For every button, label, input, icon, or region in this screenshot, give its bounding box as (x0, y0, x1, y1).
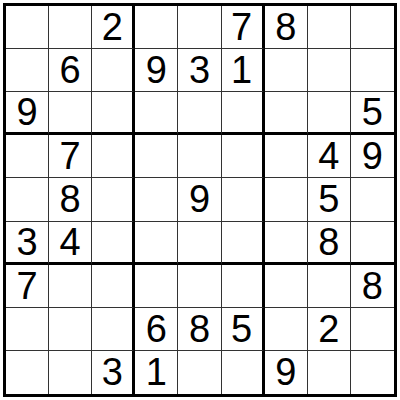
cell-r5c2[interactable]: 8 (49, 178, 92, 221)
cell-r2c7[interactable] (265, 49, 308, 92)
cell-r6c3[interactable] (92, 222, 135, 265)
cell-r2c8[interactable] (308, 49, 351, 92)
cell-r2c4[interactable]: 9 (135, 49, 178, 92)
cell-r9c5[interactable] (178, 351, 221, 394)
cell-r6c2[interactable]: 4 (49, 222, 92, 265)
sudoku-board: 278693195749895348786852319 (3, 3, 397, 397)
cell-r3c4[interactable] (135, 92, 178, 135)
cell-r8c8[interactable]: 2 (308, 308, 351, 351)
cell-r5c3[interactable] (92, 178, 135, 221)
cell-r3c1[interactable]: 9 (6, 92, 49, 135)
cell-r2c5[interactable]: 3 (178, 49, 221, 92)
cell-r2c1[interactable] (6, 49, 49, 92)
cell-r5c7[interactable] (265, 178, 308, 221)
cell-r5c4[interactable] (135, 178, 178, 221)
cell-r6c9[interactable] (351, 222, 394, 265)
cell-r7c9[interactable]: 8 (351, 265, 394, 308)
cell-r6c6[interactable] (222, 222, 265, 265)
cell-r7c3[interactable] (92, 265, 135, 308)
cell-r9c1[interactable] (6, 351, 49, 394)
cell-r3c8[interactable] (308, 92, 351, 135)
cell-r5c8[interactable]: 5 (308, 178, 351, 221)
cell-r8c5[interactable]: 8 (178, 308, 221, 351)
cell-r9c6[interactable] (222, 351, 265, 394)
cell-r6c1[interactable]: 3 (6, 222, 49, 265)
cell-r7c6[interactable] (222, 265, 265, 308)
cell-r4c1[interactable] (6, 135, 49, 178)
cell-r9c8[interactable] (308, 351, 351, 394)
sudoku-page: 278693195749895348786852319 (0, 0, 400, 400)
cell-r5c1[interactable] (6, 178, 49, 221)
cell-r5c9[interactable] (351, 178, 394, 221)
cell-r3c6[interactable] (222, 92, 265, 135)
cell-r9c2[interactable] (49, 351, 92, 394)
cell-r1c7[interactable]: 8 (265, 6, 308, 49)
cell-r4c5[interactable] (178, 135, 221, 178)
cell-r8c2[interactable] (49, 308, 92, 351)
cell-r8c9[interactable] (351, 308, 394, 351)
cell-r1c3[interactable]: 2 (92, 6, 135, 49)
cell-r3c2[interactable] (49, 92, 92, 135)
cell-r1c8[interactable] (308, 6, 351, 49)
cell-r4c9[interactable]: 9 (351, 135, 394, 178)
cell-r9c9[interactable] (351, 351, 394, 394)
cell-r6c8[interactable]: 8 (308, 222, 351, 265)
cell-r8c6[interactable]: 5 (222, 308, 265, 351)
cell-r9c3[interactable]: 3 (92, 351, 135, 394)
cell-r4c2[interactable]: 7 (49, 135, 92, 178)
cell-r7c7[interactable] (265, 265, 308, 308)
cell-r9c7[interactable]: 9 (265, 351, 308, 394)
cell-r4c8[interactable]: 4 (308, 135, 351, 178)
cell-r2c2[interactable]: 6 (49, 49, 92, 92)
cell-r1c4[interactable] (135, 6, 178, 49)
cell-r7c4[interactable] (135, 265, 178, 308)
cell-r2c3[interactable] (92, 49, 135, 92)
cell-r1c6[interactable]: 7 (222, 6, 265, 49)
cell-r2c9[interactable] (351, 49, 394, 92)
cell-r3c7[interactable] (265, 92, 308, 135)
cell-r6c4[interactable] (135, 222, 178, 265)
cell-r1c9[interactable] (351, 6, 394, 49)
cell-r7c1[interactable]: 7 (6, 265, 49, 308)
cell-r1c5[interactable] (178, 6, 221, 49)
cell-r6c5[interactable] (178, 222, 221, 265)
cell-r4c4[interactable] (135, 135, 178, 178)
cell-r3c3[interactable] (92, 92, 135, 135)
cell-r5c5[interactable]: 9 (178, 178, 221, 221)
cell-r7c5[interactable] (178, 265, 221, 308)
cell-r9c4[interactable]: 1 (135, 351, 178, 394)
cell-r1c2[interactable] (49, 6, 92, 49)
cell-r3c9[interactable]: 5 (351, 92, 394, 135)
cell-r6c7[interactable] (265, 222, 308, 265)
cell-r7c8[interactable] (308, 265, 351, 308)
cell-r3c5[interactable] (178, 92, 221, 135)
cell-r5c6[interactable] (222, 178, 265, 221)
cell-r8c7[interactable] (265, 308, 308, 351)
cell-r8c4[interactable]: 6 (135, 308, 178, 351)
cell-r4c7[interactable] (265, 135, 308, 178)
cell-r8c1[interactable] (6, 308, 49, 351)
cell-r2c6[interactable]: 1 (222, 49, 265, 92)
cell-r8c3[interactable] (92, 308, 135, 351)
cell-r4c3[interactable] (92, 135, 135, 178)
cell-r4c6[interactable] (222, 135, 265, 178)
cell-r7c2[interactable] (49, 265, 92, 308)
cell-r1c1[interactable] (6, 6, 49, 49)
